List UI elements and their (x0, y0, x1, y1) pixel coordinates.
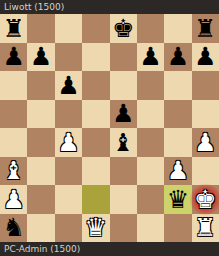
black-knight-piece[interactable]: ♞ (2, 215, 24, 240)
square-e4[interactable]: ♝ (110, 128, 137, 157)
white-king-piece[interactable]: ♚ (194, 187, 216, 212)
square-b2[interactable] (27, 185, 54, 214)
chess-board[interactable]: ♜♚♜♟♟♟♟♟♟♟♟♝♟♝♟♟♛♚♞♛♜ (0, 14, 219, 242)
square-h6[interactable] (192, 71, 219, 100)
black-king-piece[interactable]: ♚ (112, 16, 134, 41)
square-f4[interactable] (137, 128, 164, 157)
black-rook-piece[interactable]: ♜ (2, 16, 24, 41)
square-f1[interactable] (137, 214, 164, 243)
square-e7[interactable] (110, 43, 137, 72)
white-pawn-piece[interactable]: ♟ (194, 130, 216, 155)
black-queen-piece[interactable]: ♛ (167, 187, 189, 212)
square-c2[interactable] (55, 185, 82, 214)
square-c8[interactable] (55, 14, 82, 43)
square-g5[interactable] (164, 100, 191, 129)
square-d6[interactable] (82, 71, 109, 100)
square-a6[interactable] (0, 71, 27, 100)
square-b1[interactable] (27, 214, 54, 243)
square-e1[interactable] (110, 214, 137, 243)
white-pawn-piece[interactable]: ♟ (2, 187, 24, 212)
square-f2[interactable] (137, 185, 164, 214)
square-d3[interactable] (82, 157, 109, 186)
square-e3[interactable] (110, 157, 137, 186)
square-d8[interactable] (82, 14, 109, 43)
square-g4[interactable] (164, 128, 191, 157)
square-f6[interactable] (137, 71, 164, 100)
square-f7[interactable]: ♟ (137, 43, 164, 72)
square-a7[interactable]: ♟ (0, 43, 27, 72)
square-f5[interactable] (137, 100, 164, 129)
square-a4[interactable] (0, 128, 27, 157)
square-f8[interactable] (137, 14, 164, 43)
square-g7[interactable]: ♟ (164, 43, 191, 72)
square-a5[interactable] (0, 100, 27, 129)
square-a2[interactable]: ♟ (0, 185, 27, 214)
square-d4[interactable] (82, 128, 109, 157)
square-d7[interactable] (82, 43, 109, 72)
square-e6[interactable] (110, 71, 137, 100)
square-g8[interactable] (164, 14, 191, 43)
black-pawn-piece[interactable]: ♟ (2, 44, 24, 69)
white-rook-piece[interactable]: ♜ (194, 215, 216, 240)
square-g6[interactable] (164, 71, 191, 100)
black-pawn-piece[interactable]: ♟ (57, 73, 79, 98)
black-rook-piece[interactable]: ♜ (194, 16, 216, 41)
square-a1[interactable]: ♞ (0, 214, 27, 243)
square-h7[interactable]: ♟ (192, 43, 219, 72)
square-c3[interactable] (55, 157, 82, 186)
square-h4[interactable]: ♟ (192, 128, 219, 157)
opponent-bar: Liwott (1500) (0, 0, 219, 14)
square-b6[interactable] (27, 71, 54, 100)
square-b8[interactable] (27, 14, 54, 43)
square-c5[interactable] (55, 100, 82, 129)
square-d1[interactable]: ♛ (82, 214, 109, 243)
square-e2[interactable] (110, 185, 137, 214)
square-f3[interactable] (137, 157, 164, 186)
square-e8[interactable]: ♚ (110, 14, 137, 43)
black-pawn-piece[interactable]: ♟ (139, 44, 161, 69)
square-b3[interactable] (27, 157, 54, 186)
square-c4[interactable]: ♟ (55, 128, 82, 157)
square-c7[interactable] (55, 43, 82, 72)
square-e5[interactable]: ♟ (110, 100, 137, 129)
black-pawn-piece[interactable]: ♟ (30, 44, 52, 69)
square-c1[interactable] (55, 214, 82, 243)
white-bishop-piece[interactable]: ♝ (2, 158, 24, 183)
square-c6[interactable]: ♟ (55, 71, 82, 100)
square-a8[interactable]: ♜ (0, 14, 27, 43)
square-h1[interactable]: ♜ (192, 214, 219, 243)
square-g1[interactable] (164, 214, 191, 243)
square-h8[interactable]: ♜ (192, 14, 219, 43)
square-b5[interactable] (27, 100, 54, 129)
black-pawn-piece[interactable]: ♟ (167, 44, 189, 69)
white-queen-piece[interactable]: ♛ (85, 215, 107, 240)
square-d2[interactable] (82, 185, 109, 214)
square-b7[interactable]: ♟ (27, 43, 54, 72)
white-pawn-piece[interactable]: ♟ (167, 158, 189, 183)
square-h2[interactable]: ♚ (192, 185, 219, 214)
black-pawn-piece[interactable]: ♟ (194, 44, 216, 69)
player-bar: PC-Admin (1500) (0, 242, 219, 256)
square-b4[interactable] (27, 128, 54, 157)
square-a3[interactable]: ♝ (0, 157, 27, 186)
player-name-label: PC-Admin (1500) (4, 245, 80, 254)
square-g3[interactable]: ♟ (164, 157, 191, 186)
black-pawn-piece[interactable]: ♟ (112, 101, 134, 126)
opponent-name-label: Liwott (1500) (4, 3, 64, 12)
square-h5[interactable] (192, 100, 219, 129)
square-g2[interactable]: ♛ (164, 185, 191, 214)
black-bishop-piece[interactable]: ♝ (112, 130, 134, 155)
square-d5[interactable] (82, 100, 109, 129)
square-h3[interactable] (192, 157, 219, 186)
white-pawn-piece[interactable]: ♟ (57, 130, 79, 155)
